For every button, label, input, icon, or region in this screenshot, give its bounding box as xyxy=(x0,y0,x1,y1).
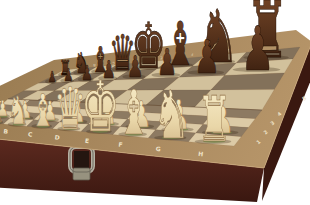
svg-text:♝: ♝ xyxy=(31,85,56,137)
piece-white-knight-g1: ♞ xyxy=(153,75,190,153)
svg-text:♚: ♚ xyxy=(81,66,120,148)
svg-text:♟: ♟ xyxy=(194,29,220,83)
piece-white-king-e1: ♚ xyxy=(81,66,120,148)
svg-text:♝: ♝ xyxy=(117,78,151,149)
piece-white-bishop-f1: ♝ xyxy=(117,78,151,149)
piece-white-rook-a1: ♜ xyxy=(0,95,4,130)
piece-white-bishop-c1: ♝ xyxy=(31,85,56,137)
svg-text:♞: ♞ xyxy=(7,88,29,134)
svg-text:♜: ♜ xyxy=(197,83,232,156)
svg-text:♟: ♟ xyxy=(241,13,275,84)
chess-set-photo: ABCDEFGH12345678ABCDEFGH ♜♞♝♛♚♝♞♜♟♟♟♟♟♟♟… xyxy=(0,0,310,205)
product-photo: ABCDEFGH12345678ABCDEFGH ♜♞♝♛♚♝♞♜♟♟♟♟♟♟♟… xyxy=(0,0,310,205)
svg-text:♜: ♜ xyxy=(0,95,4,130)
piece-white-rook-h1: ♜ xyxy=(195,83,232,156)
svg-text:♞: ♞ xyxy=(153,75,190,153)
piece-white-knight-b1: ♞ xyxy=(7,88,29,134)
